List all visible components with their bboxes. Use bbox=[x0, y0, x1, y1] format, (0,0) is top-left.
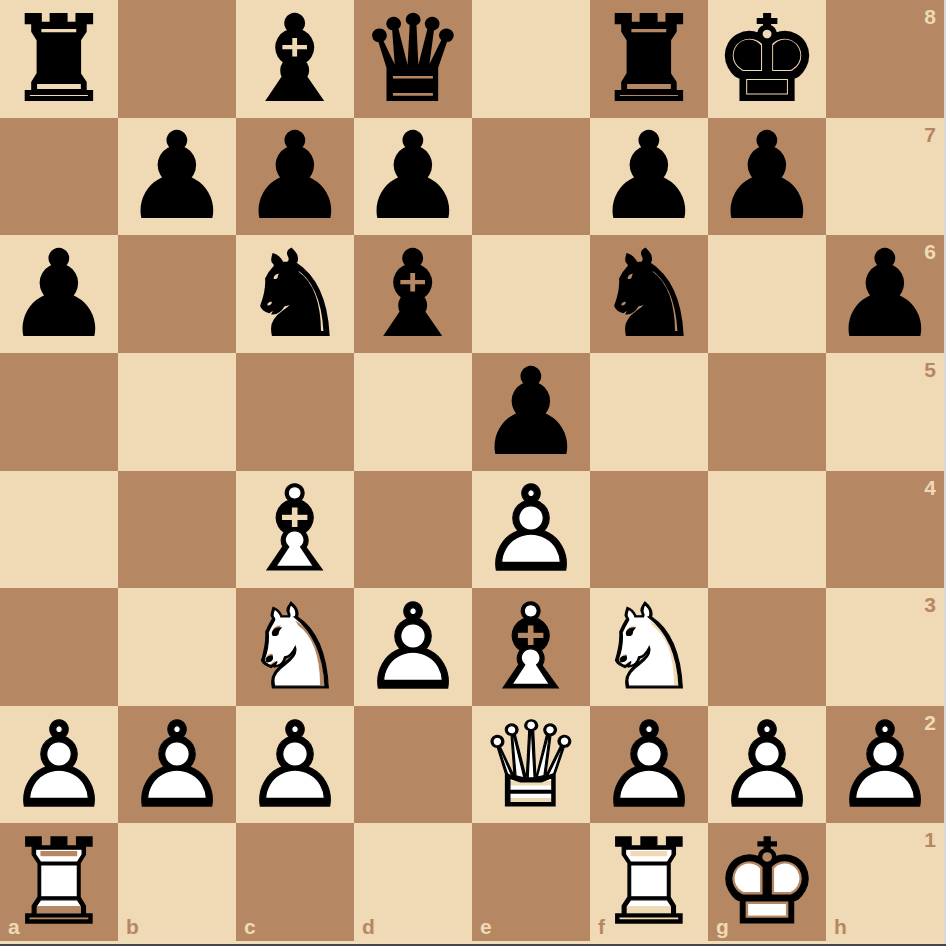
coord-rank-3: 3 bbox=[924, 594, 936, 615]
square-d1[interactable]: d bbox=[354, 823, 472, 941]
square-e5[interactable]: ♟ bbox=[472, 353, 590, 471]
square-g6[interactable] bbox=[708, 235, 826, 353]
square-g1[interactable]: ♚♔g bbox=[708, 823, 826, 941]
white-pawn-outline-icon: ♙ bbox=[0, 706, 118, 824]
piece-white-knight[interactable]: ♞♘ bbox=[236, 588, 354, 706]
piece-black-knight[interactable]: ♞ bbox=[236, 235, 354, 353]
square-e8[interactable] bbox=[472, 0, 590, 118]
piece-black-pawn[interactable]: ♟ bbox=[472, 353, 590, 471]
white-pawn-outline-icon: ♙ bbox=[354, 588, 472, 706]
piece-white-knight[interactable]: ♞♘ bbox=[590, 588, 708, 706]
square-h2[interactable]: ♟♙2 bbox=[826, 706, 944, 824]
piece-white-pawn[interactable]: ♟♙ bbox=[472, 471, 590, 589]
black-rook-icon: ♜ bbox=[590, 0, 708, 118]
square-a6[interactable]: ♟ bbox=[0, 235, 118, 353]
piece-white-pawn[interactable]: ♟♙ bbox=[0, 706, 118, 824]
piece-white-pawn[interactable]: ♟♙ bbox=[118, 706, 236, 824]
square-b7[interactable]: ♟ bbox=[118, 118, 236, 236]
square-h6[interactable]: ♟6 bbox=[826, 235, 944, 353]
piece-white-bishop[interactable]: ♝♗ bbox=[236, 471, 354, 589]
square-c8[interactable]: ♝ bbox=[236, 0, 354, 118]
coord-file-d: d bbox=[362, 916, 375, 937]
piece-black-rook[interactable]: ♜ bbox=[0, 0, 118, 118]
coord-file-c: c bbox=[244, 916, 256, 937]
square-e6[interactable] bbox=[472, 235, 590, 353]
square-f8[interactable]: ♜ bbox=[590, 0, 708, 118]
square-c3[interactable]: ♞♘ bbox=[236, 588, 354, 706]
square-d7[interactable]: ♟ bbox=[354, 118, 472, 236]
square-d2[interactable] bbox=[354, 706, 472, 824]
white-pawn-outline-icon: ♙ bbox=[590, 706, 708, 824]
piece-black-rook[interactable]: ♜ bbox=[590, 0, 708, 118]
piece-white-pawn[interactable]: ♟♙ bbox=[236, 706, 354, 824]
piece-white-pawn[interactable]: ♟♙ bbox=[590, 706, 708, 824]
square-b8[interactable] bbox=[118, 0, 236, 118]
square-e3[interactable]: ♝♗ bbox=[472, 588, 590, 706]
square-b2[interactable]: ♟♙ bbox=[118, 706, 236, 824]
piece-white-rook[interactable]: ♜♖ bbox=[0, 823, 118, 941]
coord-rank-4: 4 bbox=[924, 477, 936, 498]
square-h7[interactable]: 7 bbox=[826, 118, 944, 236]
square-g4[interactable] bbox=[708, 471, 826, 589]
square-a3[interactable] bbox=[0, 588, 118, 706]
square-d8[interactable]: ♛ bbox=[354, 0, 472, 118]
square-h1[interactable]: 1h bbox=[826, 823, 944, 941]
square-a5[interactable] bbox=[0, 353, 118, 471]
black-rook-icon: ♜ bbox=[0, 0, 118, 118]
square-d6[interactable]: ♝ bbox=[354, 235, 472, 353]
square-d4[interactable] bbox=[354, 471, 472, 589]
square-c7[interactable]: ♟ bbox=[236, 118, 354, 236]
piece-black-bishop[interactable]: ♝ bbox=[236, 0, 354, 118]
square-c6[interactable]: ♞ bbox=[236, 235, 354, 353]
square-g2[interactable]: ♟♙ bbox=[708, 706, 826, 824]
square-d5[interactable] bbox=[354, 353, 472, 471]
square-a8[interactable]: ♜ bbox=[0, 0, 118, 118]
square-a7[interactable] bbox=[0, 118, 118, 236]
white-pawn-outline-icon: ♙ bbox=[472, 471, 590, 589]
square-g7[interactable]: ♟ bbox=[708, 118, 826, 236]
square-h3[interactable]: 3 bbox=[826, 588, 944, 706]
black-pawn-icon: ♟ bbox=[590, 118, 708, 236]
piece-black-pawn[interactable]: ♟ bbox=[0, 235, 118, 353]
square-c4[interactable]: ♝♗ bbox=[236, 471, 354, 589]
coord-file-h: h bbox=[834, 916, 847, 937]
square-c2[interactable]: ♟♙ bbox=[236, 706, 354, 824]
white-knight-outline-icon: ♘ bbox=[236, 588, 354, 706]
black-knight-icon: ♞ bbox=[236, 235, 354, 353]
square-e7[interactable] bbox=[472, 118, 590, 236]
black-pawn-icon: ♟ bbox=[472, 353, 590, 471]
coord-rank-7: 7 bbox=[924, 124, 936, 145]
square-f7[interactable]: ♟ bbox=[590, 118, 708, 236]
square-f1[interactable]: ♜♖f bbox=[590, 823, 708, 941]
square-f6[interactable]: ♞ bbox=[590, 235, 708, 353]
black-pawn-icon: ♟ bbox=[826, 235, 944, 353]
piece-white-pawn[interactable]: ♟♙ bbox=[354, 588, 472, 706]
piece-black-pawn[interactable]: ♟ bbox=[590, 118, 708, 236]
white-pawn-outline-icon: ♙ bbox=[708, 706, 826, 824]
chess-board: ♜♝♛♜♚8♟♟♟♟♟7♟♞♝♞♟6♟5♝♗♟♙4♞♘♟♙♝♗♞♘3♟♙♟♙♟♙… bbox=[0, 0, 944, 941]
square-g5[interactable] bbox=[708, 353, 826, 471]
piece-black-knight[interactable]: ♞ bbox=[590, 235, 708, 353]
white-pawn-outline-icon: ♙ bbox=[236, 706, 354, 824]
square-h4[interactable]: 4 bbox=[826, 471, 944, 589]
piece-black-pawn[interactable]: ♟ bbox=[236, 118, 354, 236]
square-f3[interactable]: ♞♘ bbox=[590, 588, 708, 706]
black-pawn-icon: ♟ bbox=[236, 118, 354, 236]
square-b6[interactable] bbox=[118, 235, 236, 353]
white-queen-outline-icon: ♕ bbox=[472, 706, 590, 824]
square-h5[interactable]: 5 bbox=[826, 353, 944, 471]
piece-black-pawn[interactable]: ♟ bbox=[118, 118, 236, 236]
black-pawn-icon: ♟ bbox=[0, 235, 118, 353]
black-bishop-icon: ♝ bbox=[236, 0, 354, 118]
square-a2[interactable]: ♟♙ bbox=[0, 706, 118, 824]
piece-white-bishop[interactable]: ♝♗ bbox=[472, 588, 590, 706]
piece-black-pawn[interactable]: ♟ bbox=[826, 235, 944, 353]
piece-white-pawn[interactable]: ♟♙ bbox=[708, 706, 826, 824]
white-pawn-outline-icon: ♙ bbox=[826, 706, 944, 824]
square-b1[interactable]: b bbox=[118, 823, 236, 941]
black-queen-icon: ♛ bbox=[354, 0, 472, 118]
piece-white-rook[interactable]: ♜♖ bbox=[590, 823, 708, 941]
black-pawn-icon: ♟ bbox=[708, 118, 826, 236]
square-b5[interactable] bbox=[118, 353, 236, 471]
piece-black-bishop[interactable]: ♝ bbox=[354, 235, 472, 353]
piece-white-pawn[interactable]: ♟♙ bbox=[826, 706, 944, 824]
square-a1[interactable]: ♜♖a bbox=[0, 823, 118, 941]
square-c1[interactable]: c bbox=[236, 823, 354, 941]
white-knight-outline-icon: ♘ bbox=[590, 588, 708, 706]
white-rook-outline-icon: ♖ bbox=[0, 823, 118, 941]
white-bishop-outline-icon: ♗ bbox=[236, 471, 354, 589]
coord-rank-1: 1 bbox=[924, 829, 936, 850]
square-e2[interactable]: ♛♕ bbox=[472, 706, 590, 824]
piece-black-queen[interactable]: ♛ bbox=[354, 0, 472, 118]
coord-file-e: e bbox=[480, 916, 492, 937]
square-c5[interactable] bbox=[236, 353, 354, 471]
piece-white-queen[interactable]: ♛♕ bbox=[472, 706, 590, 824]
black-king-icon: ♚ bbox=[708, 0, 826, 118]
white-pawn-outline-icon: ♙ bbox=[118, 706, 236, 824]
black-pawn-icon: ♟ bbox=[354, 118, 472, 236]
square-a4[interactable] bbox=[0, 471, 118, 589]
black-knight-icon: ♞ bbox=[590, 235, 708, 353]
square-b4[interactable] bbox=[118, 471, 236, 589]
square-f4[interactable] bbox=[590, 471, 708, 589]
coord-rank-8: 8 bbox=[924, 6, 936, 27]
coord-rank-5: 5 bbox=[924, 359, 936, 380]
white-rook-outline-icon: ♖ bbox=[590, 823, 708, 941]
piece-black-pawn[interactable]: ♟ bbox=[708, 118, 826, 236]
square-e1[interactable]: e bbox=[472, 823, 590, 941]
square-b3[interactable] bbox=[118, 588, 236, 706]
black-pawn-icon: ♟ bbox=[118, 118, 236, 236]
coord-file-b: b bbox=[126, 916, 139, 937]
square-e4[interactable]: ♟♙ bbox=[472, 471, 590, 589]
black-bishop-icon: ♝ bbox=[354, 235, 472, 353]
square-h8[interactable]: 8 bbox=[826, 0, 944, 118]
square-f2[interactable]: ♟♙ bbox=[590, 706, 708, 824]
square-g8[interactable]: ♚ bbox=[708, 0, 826, 118]
piece-black-pawn[interactable]: ♟ bbox=[354, 118, 472, 236]
piece-white-king[interactable]: ♚♔ bbox=[708, 823, 826, 941]
white-bishop-outline-icon: ♗ bbox=[472, 588, 590, 706]
square-d3[interactable]: ♟♙ bbox=[354, 588, 472, 706]
piece-black-king[interactable]: ♚ bbox=[708, 0, 826, 118]
square-g3[interactable] bbox=[708, 588, 826, 706]
white-king-outline-icon: ♔ bbox=[708, 823, 826, 941]
square-f5[interactable] bbox=[590, 353, 708, 471]
